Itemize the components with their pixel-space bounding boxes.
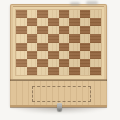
board-square — [16, 67, 27, 75]
board-square — [27, 10, 38, 18]
board-square — [69, 18, 80, 26]
board-square — [90, 43, 101, 51]
board-square — [37, 59, 48, 67]
board-square — [80, 10, 91, 18]
board-square — [80, 18, 91, 26]
board-square — [48, 43, 59, 51]
board-square — [69, 26, 80, 34]
board-square — [37, 43, 48, 51]
board-square — [16, 10, 27, 18]
board-square — [69, 10, 80, 18]
board-frame — [13, 6, 104, 79]
board-square — [48, 10, 59, 18]
board-square — [37, 10, 48, 18]
board-square — [37, 26, 48, 34]
chess-board — [16, 10, 101, 75]
board-square — [27, 34, 38, 42]
board-square — [48, 26, 59, 34]
board-square — [90, 59, 101, 67]
board-square — [90, 26, 101, 34]
board-square — [69, 43, 80, 51]
board-square — [90, 34, 101, 42]
board-square — [90, 18, 101, 26]
board-square — [59, 59, 70, 67]
board-square — [69, 59, 80, 67]
board-square — [59, 51, 70, 59]
board-square — [16, 18, 27, 26]
board-square — [48, 67, 59, 75]
board-square — [37, 51, 48, 59]
board-square — [80, 59, 91, 67]
board-square — [80, 67, 91, 75]
board-square — [27, 67, 38, 75]
board-square — [90, 10, 101, 18]
drawer-knob-icon — [57, 103, 62, 111]
board-square — [27, 26, 38, 34]
board-square — [80, 43, 91, 51]
board-square — [16, 26, 27, 34]
product-photo — [0, 0, 120, 120]
board-square — [27, 59, 38, 67]
board-square — [37, 67, 48, 75]
drawer-front — [10, 81, 107, 105]
board-square — [48, 18, 59, 26]
board-square — [90, 51, 101, 59]
board-square — [59, 18, 70, 26]
board-square — [59, 34, 70, 42]
board-square — [90, 67, 101, 75]
board-square — [80, 34, 91, 42]
board-square — [48, 34, 59, 42]
board-square — [27, 18, 38, 26]
board-square — [37, 34, 48, 42]
board-square — [80, 26, 91, 34]
board-square — [27, 51, 38, 59]
board-square — [59, 26, 70, 34]
board-square — [59, 67, 70, 75]
board-square — [48, 59, 59, 67]
board-square — [27, 43, 38, 51]
imprint-area — [32, 86, 91, 102]
hinge-icon — [86, 1, 98, 5]
board-square — [16, 59, 27, 67]
board-square — [59, 43, 70, 51]
board-square — [48, 51, 59, 59]
board-square — [69, 67, 80, 75]
board-square — [69, 51, 80, 59]
board-square — [37, 18, 48, 26]
board-square — [80, 51, 91, 59]
board-square — [16, 34, 27, 42]
chess-set-box — [10, 4, 107, 107]
board-square — [59, 10, 70, 18]
board-square — [69, 34, 80, 42]
board-square — [16, 43, 27, 51]
board-square — [16, 51, 27, 59]
